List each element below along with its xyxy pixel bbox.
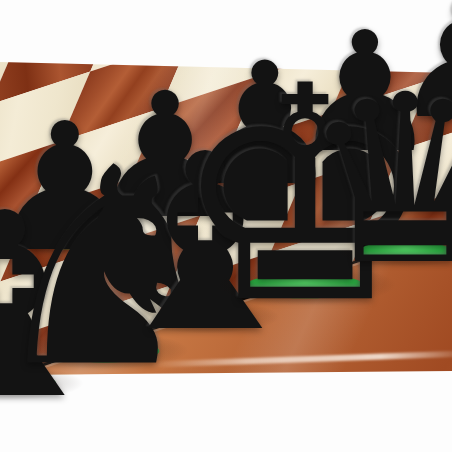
- piece-black-queen[interactable]: ♛: [300, 64, 452, 297]
- black-queen-glyph: ♛: [300, 64, 452, 297]
- pieces-layer: ♟♟♟♟♟♝♞♝♚♛: [0, 0, 452, 452]
- photo-background: ♟♟♟♟♟♝♞♝♚♛: [0, 0, 452, 452]
